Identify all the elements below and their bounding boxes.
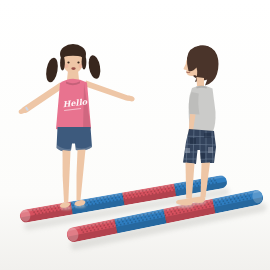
girl-hair-side-left — [60, 56, 65, 71]
girl-eye-left — [67, 61, 69, 63]
boy-tshirt-sleeve — [189, 92, 200, 115]
scene: Hello — [0, 0, 270, 270]
girl-eye-right — [77, 61, 79, 63]
boy-neck — [197, 77, 205, 87]
photo-canvas: Hello — [0, 0, 270, 270]
girl-hair-side-right — [82, 55, 87, 70]
girl-blush-left — [65, 64, 69, 68]
girl-blush-right — [79, 64, 83, 68]
girl-mouth — [71, 67, 75, 70]
